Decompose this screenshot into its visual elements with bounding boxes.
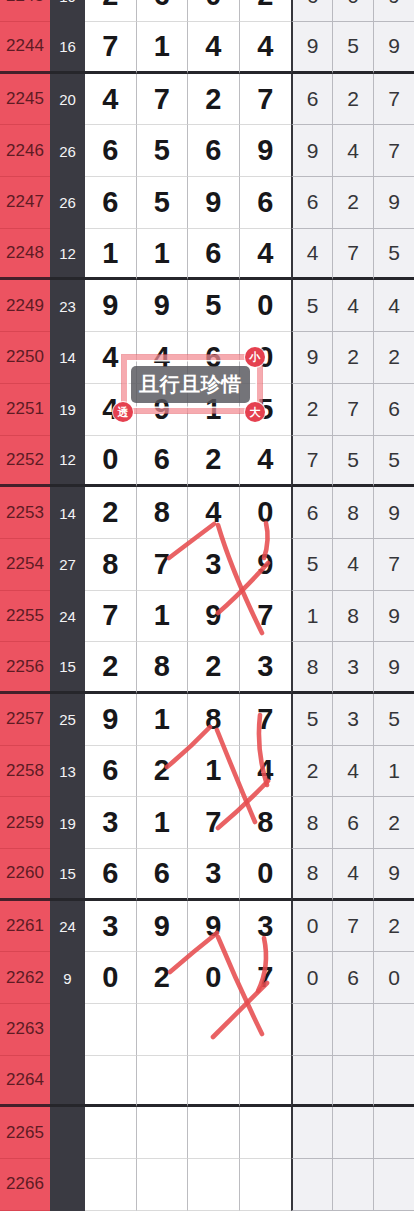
reference-digit-cell: 5 xyxy=(332,436,373,488)
winning-digit-cell: 4 xyxy=(188,487,240,539)
winning-digit-cell: 9 xyxy=(188,901,240,953)
reference-digit-cell: 9 xyxy=(291,22,332,74)
sum-cell: 12 xyxy=(50,229,85,281)
reference-digit-cell: 9 xyxy=(291,125,332,177)
winning-digit-cell: 0 xyxy=(188,952,240,1004)
reference-digit-cell: 5 xyxy=(373,436,414,488)
winning-digit-cell: 6 xyxy=(85,177,137,229)
winning-digit-cell: 2 xyxy=(85,487,137,539)
issue-cell: 2260 xyxy=(0,849,50,901)
issue-cell: 2251 xyxy=(0,384,50,436)
winning-digit-cell: 7 xyxy=(85,22,137,74)
winning-digit-cell: 0 xyxy=(85,436,137,488)
winning-digit-cell xyxy=(188,1056,240,1108)
sum-cell xyxy=(50,1004,85,1056)
chart-row-2252: 2252120624755 xyxy=(0,436,414,488)
reference-digit-cell: 8 xyxy=(291,642,332,694)
chart-grid: 2243102602609224416714495922452047276272… xyxy=(0,0,414,1211)
winning-digit-cell: 6 xyxy=(137,436,189,488)
issue-cell: 2262 xyxy=(0,952,50,1004)
reference-digit-cell: 3 xyxy=(332,642,373,694)
reference-digit-cell xyxy=(291,1107,332,1159)
chart-row-2260: 2260156630849 xyxy=(0,849,414,901)
reference-digit-cell: 0 xyxy=(291,901,332,953)
issue-cell: 2255 xyxy=(0,591,50,643)
reference-digit-cell: 5 xyxy=(291,694,332,746)
reference-digit-cell xyxy=(291,1159,332,1211)
reference-digit-cell: 4 xyxy=(332,539,373,591)
reference-digit-cell: 6 xyxy=(332,952,373,1004)
badge-tou-button[interactable]: 透 xyxy=(113,402,133,422)
reference-digit-cell: 3 xyxy=(332,694,373,746)
sum-cell: 10 xyxy=(50,0,85,22)
reference-digit-cell: 8 xyxy=(332,591,373,643)
winning-digit-cell: 8 xyxy=(188,694,240,746)
winning-digit-cell: 0 xyxy=(85,952,137,1004)
winning-digit-cell xyxy=(137,1056,189,1108)
sum-cell: 13 xyxy=(50,746,85,798)
reference-digit-cell: 7 xyxy=(373,125,414,177)
sum-cell: 19 xyxy=(50,384,85,436)
sum-cell: 23 xyxy=(50,280,85,332)
winning-digit-cell: 6 xyxy=(188,125,240,177)
winning-digit-cell xyxy=(188,1159,240,1211)
issue-cell: 2250 xyxy=(0,332,50,384)
chart-row-2262: 226290207060 xyxy=(0,952,414,1004)
winning-digit-cell: 0 xyxy=(240,487,292,539)
winning-digit-cell: 1 xyxy=(137,229,189,281)
reference-digit-cell: 9 xyxy=(373,487,414,539)
reference-digit-cell: 6 xyxy=(291,487,332,539)
reference-digit-cell: 6 xyxy=(291,74,332,126)
issue-cell: 2256 xyxy=(0,642,50,694)
sum-cell: 15 xyxy=(50,849,85,901)
issue-cell: 2259 xyxy=(0,797,50,849)
sum-cell xyxy=(50,1159,85,1211)
issue-cell: 2245 xyxy=(0,74,50,126)
reference-digit-cell: 8 xyxy=(291,849,332,901)
winning-digit-cell: 2 xyxy=(85,0,137,22)
chart-row-2259: 2259193178862 xyxy=(0,797,414,849)
sum-cell: 16 xyxy=(50,22,85,74)
reference-digit-cell xyxy=(373,1004,414,1056)
winning-digit-cell: 9 xyxy=(188,591,240,643)
watermark-label: 且行且珍惜 xyxy=(131,366,250,403)
winning-digit-cell xyxy=(240,1004,292,1056)
reference-digit-cell: 6 xyxy=(332,797,373,849)
winning-digit-cell: 4 xyxy=(240,229,292,281)
winning-digit-cell: 7 xyxy=(137,539,189,591)
winning-digit-cell: 2 xyxy=(240,0,292,22)
reference-digit-cell: 4 xyxy=(332,125,373,177)
winning-digit-cell: 3 xyxy=(85,901,137,953)
chart-row-2249: 2249239950544 xyxy=(0,280,414,332)
issue-cell: 2263 xyxy=(0,1004,50,1056)
winning-digit-cell xyxy=(85,1107,137,1159)
reference-digit-cell: 2 xyxy=(373,332,414,384)
reference-digit-cell: 0 xyxy=(291,952,332,1004)
sum-cell: 26 xyxy=(50,177,85,229)
sum-cell: 12 xyxy=(50,436,85,488)
chart-row-2247: 2247266596629 xyxy=(0,177,414,229)
sum-cell: 15 xyxy=(50,642,85,694)
winning-digit-cell: 5 xyxy=(188,280,240,332)
sum-cell: 20 xyxy=(50,74,85,126)
chart-row-2246: 2246266569947 xyxy=(0,125,414,177)
winning-digit-cell: 6 xyxy=(85,849,137,901)
reference-digit-cell: 9 xyxy=(373,22,414,74)
winning-digit-cell: 4 xyxy=(240,746,292,798)
reference-digit-cell: 5 xyxy=(291,539,332,591)
winning-digit-cell: 3 xyxy=(85,797,137,849)
winning-digit-cell: 2 xyxy=(188,436,240,488)
issue-cell: 2265 xyxy=(0,1107,50,1159)
issue-cell: 2264 xyxy=(0,1056,50,1108)
chart-row-2258: 2258136214241 xyxy=(0,746,414,798)
winning-digit-cell: 4 xyxy=(188,22,240,74)
issue-cell: 2266 xyxy=(0,1159,50,1211)
winning-digit-cell: 7 xyxy=(240,74,292,126)
winning-digit-cell: 4 xyxy=(85,74,137,126)
issue-cell: 2257 xyxy=(0,694,50,746)
reference-digit-cell xyxy=(373,1107,414,1159)
reference-digit-cell: 4 xyxy=(332,746,373,798)
winning-digit-cell: 6 xyxy=(137,0,189,22)
reference-digit-cell: 9 xyxy=(373,177,414,229)
reference-digit-cell xyxy=(373,1056,414,1108)
reference-digit-cell: 7 xyxy=(291,436,332,488)
reference-digit-cell: 4 xyxy=(332,849,373,901)
winning-digit-cell: 6 xyxy=(85,746,137,798)
chart-row-2266: 2266 xyxy=(0,1159,414,1211)
reference-digit-cell: 4 xyxy=(373,280,414,332)
chart-row-2263: 2263 xyxy=(0,1004,414,1056)
winning-digit-cell: 6 xyxy=(240,177,292,229)
reference-digit-cell: 0 xyxy=(332,0,373,22)
sum-cell xyxy=(50,1056,85,1108)
issue-cell: 2261 xyxy=(0,901,50,953)
winning-digit-cell: 1 xyxy=(137,22,189,74)
reference-digit-cell: 9 xyxy=(373,849,414,901)
winning-digit-cell: 1 xyxy=(137,797,189,849)
reference-digit-cell: 4 xyxy=(332,280,373,332)
reference-digit-cell: 7 xyxy=(332,384,373,436)
reference-digit-cell: 7 xyxy=(373,74,414,126)
reference-digit-cell xyxy=(332,1107,373,1159)
badge-da-button[interactable]: 大 xyxy=(245,402,265,422)
winning-digit-cell: 1 xyxy=(137,591,189,643)
reference-digit-cell: 6 xyxy=(291,0,332,22)
chart-row-2253: 2253142840689 xyxy=(0,487,414,539)
issue-cell: 2258 xyxy=(0,746,50,798)
winning-digit-cell: 9 xyxy=(137,280,189,332)
reference-digit-cell: 5 xyxy=(332,22,373,74)
winning-digit-cell: 9 xyxy=(240,539,292,591)
reference-digit-cell: 9 xyxy=(373,0,414,22)
reference-digit-cell xyxy=(332,1159,373,1211)
chart-row-2248: 2248121164475 xyxy=(0,229,414,281)
winning-digit-cell: 2 xyxy=(85,642,137,694)
sum-cell: 26 xyxy=(50,125,85,177)
sum-cell: 24 xyxy=(50,901,85,953)
winning-digit-cell: 7 xyxy=(85,591,137,643)
issue-cell: 2254 xyxy=(0,539,50,591)
sum-cell: 24 xyxy=(50,591,85,643)
chart-row-2243: 2243102602609 xyxy=(0,0,414,22)
reference-digit-cell: 1 xyxy=(291,591,332,643)
winning-digit-cell: 6 xyxy=(85,125,137,177)
winning-digit-cell xyxy=(85,1159,137,1211)
winning-digit-cell xyxy=(240,1056,292,1108)
reference-digit-cell: 8 xyxy=(332,487,373,539)
winning-digit-cell: 4 xyxy=(240,22,292,74)
winning-digit-cell: 8 xyxy=(85,539,137,591)
winning-digit-cell: 0 xyxy=(188,0,240,22)
winning-digit-cell: 7 xyxy=(240,694,292,746)
winning-digit-cell: 2 xyxy=(188,642,240,694)
reference-digit-cell: 2 xyxy=(291,746,332,798)
issue-cell: 2244 xyxy=(0,22,50,74)
reference-digit-cell xyxy=(291,1004,332,1056)
lottery-trend-screen: 2243102602609224416714495922452047276272… xyxy=(0,0,414,1212)
issue-cell: 2246 xyxy=(0,125,50,177)
winning-digit-cell: 0 xyxy=(240,849,292,901)
winning-digit-cell xyxy=(85,1056,137,1108)
sum-cell: 25 xyxy=(50,694,85,746)
sum-cell: 14 xyxy=(50,487,85,539)
chart-row-2244: 2244167144959 xyxy=(0,22,414,74)
reference-digit-cell: 0 xyxy=(373,952,414,1004)
winning-digit-cell: 1 xyxy=(137,694,189,746)
winning-digit-cell: 6 xyxy=(188,229,240,281)
winning-digit-cell: 6 xyxy=(137,849,189,901)
reference-digit-cell: 4 xyxy=(291,229,332,281)
sum-cell: 14 xyxy=(50,332,85,384)
reference-digit-cell: 6 xyxy=(373,384,414,436)
winning-digit-cell: 3 xyxy=(240,642,292,694)
reference-digit-cell: 7 xyxy=(332,229,373,281)
winning-digit-cell xyxy=(240,1107,292,1159)
reference-digit-cell: 2 xyxy=(332,332,373,384)
reference-digit-cell xyxy=(332,1056,373,1108)
winning-digit-cell xyxy=(137,1107,189,1159)
sum-cell: 19 xyxy=(50,797,85,849)
winning-digit-cell: 7 xyxy=(240,952,292,1004)
winning-digit-cell: 7 xyxy=(188,797,240,849)
winning-digit-cell: 1 xyxy=(188,746,240,798)
reference-digit-cell: 5 xyxy=(291,280,332,332)
winning-digit-cell xyxy=(137,1159,189,1211)
reference-digit-cell: 2 xyxy=(373,901,414,953)
sum-cell: 27 xyxy=(50,539,85,591)
winning-digit-cell: 2 xyxy=(137,746,189,798)
chart-row-2245: 2245204727627 xyxy=(0,74,414,126)
badge-xiao-button[interactable]: 小 xyxy=(245,347,265,367)
winning-digit-cell: 3 xyxy=(188,849,240,901)
winning-digit-cell xyxy=(188,1107,240,1159)
chart-row-2255: 2255247197189 xyxy=(0,591,414,643)
reference-digit-cell: 5 xyxy=(373,229,414,281)
winning-digit-cell: 3 xyxy=(188,539,240,591)
reference-digit-cell xyxy=(291,1056,332,1108)
issue-cell: 2252 xyxy=(0,436,50,488)
winning-digit-cell: 9 xyxy=(137,901,189,953)
reference-digit-cell xyxy=(373,1159,414,1211)
chart-row-2254: 2254278739547 xyxy=(0,539,414,591)
issue-cell: 2253 xyxy=(0,487,50,539)
winning-digit-cell: 3 xyxy=(240,901,292,953)
winning-digit-cell: 9 xyxy=(188,177,240,229)
issue-cell: 2243 xyxy=(0,0,50,22)
winning-digit-cell: 0 xyxy=(240,280,292,332)
chart-row-2261: 2261243993072 xyxy=(0,901,414,953)
reference-digit-cell: 9 xyxy=(291,332,332,384)
reference-digit-cell: 8 xyxy=(291,797,332,849)
winning-digit-cell: 1 xyxy=(85,229,137,281)
chart-row-2256: 2256152823839 xyxy=(0,642,414,694)
winning-digit-cell xyxy=(240,1159,292,1211)
reference-digit-cell: 2 xyxy=(373,797,414,849)
issue-cell: 2248 xyxy=(0,229,50,281)
issue-cell: 2247 xyxy=(0,177,50,229)
reference-digit-cell: 5 xyxy=(373,694,414,746)
winning-digit-cell: 2 xyxy=(137,952,189,1004)
winning-digit-cell xyxy=(137,1004,189,1056)
winning-digit-cell: 5 xyxy=(137,125,189,177)
issue-cell: 2249 xyxy=(0,280,50,332)
reference-digit-cell: 1 xyxy=(373,746,414,798)
winning-digit-cell: 9 xyxy=(85,280,137,332)
winning-digit-cell xyxy=(188,1004,240,1056)
winning-digit-cell: 2 xyxy=(188,74,240,126)
winning-digit-cell: 7 xyxy=(240,591,292,643)
reference-digit-cell: 6 xyxy=(291,177,332,229)
chart-row-2265: 2265 xyxy=(0,1107,414,1159)
winning-digit-cell: 8 xyxy=(137,642,189,694)
reference-digit-cell: 7 xyxy=(332,901,373,953)
reference-digit-cell: 2 xyxy=(332,177,373,229)
reference-digit-cell: 7 xyxy=(373,539,414,591)
chart-row-2264: 2264 xyxy=(0,1056,414,1108)
reference-digit-cell: 2 xyxy=(332,74,373,126)
reference-digit-cell xyxy=(332,1004,373,1056)
sum-cell: 9 xyxy=(50,952,85,1004)
winning-digit-cell: 5 xyxy=(137,177,189,229)
winning-digit-cell: 8 xyxy=(137,487,189,539)
reference-digit-cell: 9 xyxy=(373,591,414,643)
chart-row-2257: 2257259187535 xyxy=(0,694,414,746)
winning-digit-cell xyxy=(85,1004,137,1056)
reference-digit-cell: 9 xyxy=(373,642,414,694)
winning-digit-cell: 9 xyxy=(240,125,292,177)
winning-digit-cell: 9 xyxy=(85,694,137,746)
reference-digit-cell: 2 xyxy=(291,384,332,436)
winning-digit-cell: 8 xyxy=(240,797,292,849)
winning-digit-cell: 7 xyxy=(137,74,189,126)
winning-digit-cell: 4 xyxy=(240,436,292,488)
sum-cell xyxy=(50,1107,85,1159)
